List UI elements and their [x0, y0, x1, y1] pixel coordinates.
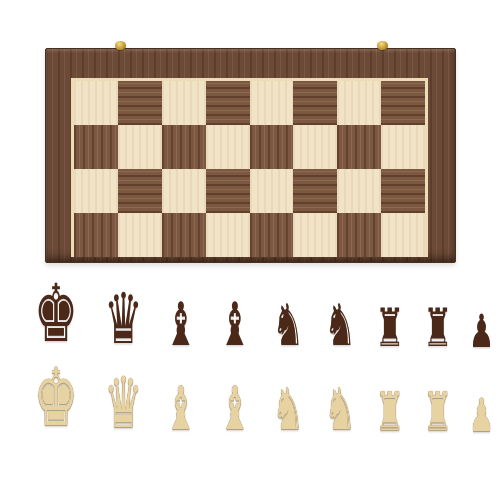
board-square-r0c4-light — [250, 81, 294, 125]
board-maple-trim — [71, 78, 428, 257]
chess-set-product-photo: ♚♛♝♝♞♞♜♜♟♟♟♟♟♟♟♟ ♚♛♝♝♞♞♜♜♟♟♟♟♟♟♟♟ — [0, 0, 500, 486]
board-square-r0c5-dark — [293, 81, 337, 125]
brass-hinge-left-icon — [115, 41, 126, 50]
board-square-r2c7-dark — [381, 169, 425, 213]
board-square-r2c4-light — [250, 169, 294, 213]
board-square-r3c0-dark — [74, 213, 118, 257]
board-square-r3c5-light — [293, 213, 337, 257]
dark-pawn-piece: ♟ — [469, 308, 495, 354]
light-rook-piece: ♜ — [375, 385, 404, 438]
board-square-r0c3-dark — [206, 81, 250, 125]
board-square-r2c0-light — [74, 169, 118, 213]
light-bishop-piece: ♝ — [165, 378, 198, 438]
light-knight-piece: ♞ — [272, 380, 304, 438]
board-square-r1c3-light — [206, 125, 250, 169]
dark-rook-piece: ♜ — [375, 301, 404, 354]
board-square-r0c6-light — [337, 81, 381, 125]
board-square-r3c4-dark — [250, 213, 294, 257]
light-king-piece: ♚ — [34, 358, 78, 438]
board-square-r1c6-dark — [337, 125, 381, 169]
board-square-r0c7-dark — [381, 81, 425, 125]
board-square-r2c5-dark — [293, 169, 337, 213]
dark-rook-piece: ♜ — [423, 301, 452, 354]
dark-knight-piece: ♞ — [324, 296, 356, 354]
dark-king-piece: ♚ — [34, 274, 78, 354]
dark-knight-piece: ♞ — [272, 296, 304, 354]
board-square-r1c2-dark — [162, 125, 206, 169]
board-square-r2c3-dark — [206, 169, 250, 213]
light-pieces-row: ♚♛♝♝♞♞♜♜♟♟♟♟♟♟♟♟ — [20, 358, 478, 438]
board-square-r1c1-light — [118, 125, 162, 169]
board-square-r2c2-light — [162, 169, 206, 213]
light-rook-piece: ♜ — [423, 385, 452, 438]
dark-bishop-piece: ♝ — [165, 294, 198, 354]
checkerboard-grid — [74, 81, 425, 257]
brass-hinge-right-icon — [377, 41, 388, 50]
light-bishop-piece: ♝ — [219, 378, 252, 438]
board-square-r3c3-light — [206, 213, 250, 257]
light-queen-piece: ♛ — [104, 368, 143, 438]
light-pawn-piece: ♟ — [469, 392, 495, 438]
dark-bishop-piece: ♝ — [219, 294, 252, 354]
board-square-r1c7-light — [381, 125, 425, 169]
board-square-r1c0-dark — [74, 125, 118, 169]
board-square-r1c5-light — [293, 125, 337, 169]
board-square-r0c0-light — [74, 81, 118, 125]
board-square-r3c2-dark — [162, 213, 206, 257]
board-square-r1c4-dark — [250, 125, 294, 169]
board-square-r2c6-light — [337, 169, 381, 213]
board-square-r0c2-light — [162, 81, 206, 125]
folded-chess-board — [45, 48, 456, 263]
board-square-r3c1-light — [118, 213, 162, 257]
board-square-r0c1-dark — [118, 81, 162, 125]
board-square-r2c1-dark — [118, 169, 162, 213]
dark-pieces-row: ♚♛♝♝♞♞♜♜♟♟♟♟♟♟♟♟ — [20, 274, 478, 354]
light-knight-piece: ♞ — [324, 380, 356, 438]
dark-queen-piece: ♛ — [104, 284, 143, 354]
board-square-r3c7-light — [381, 213, 425, 257]
board-square-r3c6-dark — [337, 213, 381, 257]
